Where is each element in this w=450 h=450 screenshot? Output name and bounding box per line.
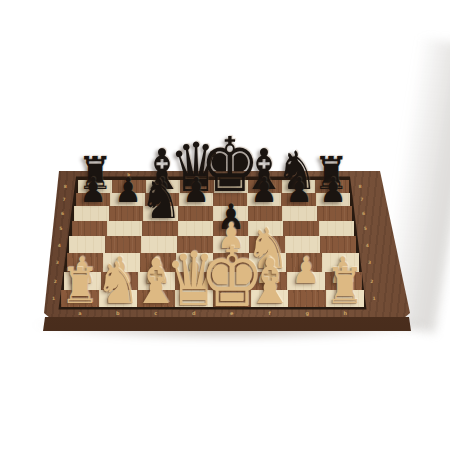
piece-white-bishop-f1[interactable]: ♝	[245, 252, 294, 314]
piece-black-knight-c6[interactable]: ♞	[139, 173, 182, 227]
coord-rank-left-1: 1	[52, 296, 55, 301]
coord-rank-right-1: 1	[373, 296, 376, 301]
square-h5[interactable]	[319, 221, 354, 237]
coord-rank-right-3: 3	[368, 260, 371, 265]
piece-white-rook-a1[interactable]: ♜	[60, 262, 99, 312]
coord-rank-left-8: 8	[64, 184, 67, 189]
piece-black-pawn-d7[interactable]: ♟	[182, 173, 209, 207]
coord-rank-left-5: 5	[59, 226, 62, 231]
coord-rank-right-2: 2	[370, 278, 373, 283]
piece-black-pawn-h7[interactable]: ♟	[319, 173, 346, 207]
coord-rank-right-7: 7	[360, 197, 363, 202]
square-b5[interactable]	[107, 221, 142, 237]
coord-rank-left-4: 4	[58, 242, 61, 247]
chessboard-photo: aabbccddeeffgghh1122334455667788 ♜♝♛♚♝♞♜…	[0, 0, 450, 450]
piece-white-pawn-g2[interactable]: ♟	[292, 253, 321, 290]
coord-rank-right-6: 6	[362, 211, 365, 216]
piece-black-pawn-f7[interactable]: ♟	[251, 173, 278, 207]
coord-rank-left-3: 3	[56, 260, 59, 265]
square-a5[interactable]	[72, 221, 107, 237]
coord-rank-left-2: 2	[54, 278, 57, 283]
coord-rank-right-4: 4	[366, 242, 369, 247]
coord-rank-left-6: 6	[61, 211, 64, 216]
piece-black-pawn-b7[interactable]: ♟	[114, 173, 141, 207]
piece-black-pawn-g7[interactable]: ♟	[285, 173, 312, 207]
coord-rank-left-7: 7	[62, 197, 65, 202]
coord-rank-right-8: 8	[359, 184, 362, 189]
piece-black-pawn-a7[interactable]: ♟	[80, 173, 107, 207]
coord-rank-right-5: 5	[364, 226, 367, 231]
piece-white-rook-h1[interactable]: ♜	[326, 262, 365, 312]
coord-file-near-g: g	[306, 310, 310, 316]
